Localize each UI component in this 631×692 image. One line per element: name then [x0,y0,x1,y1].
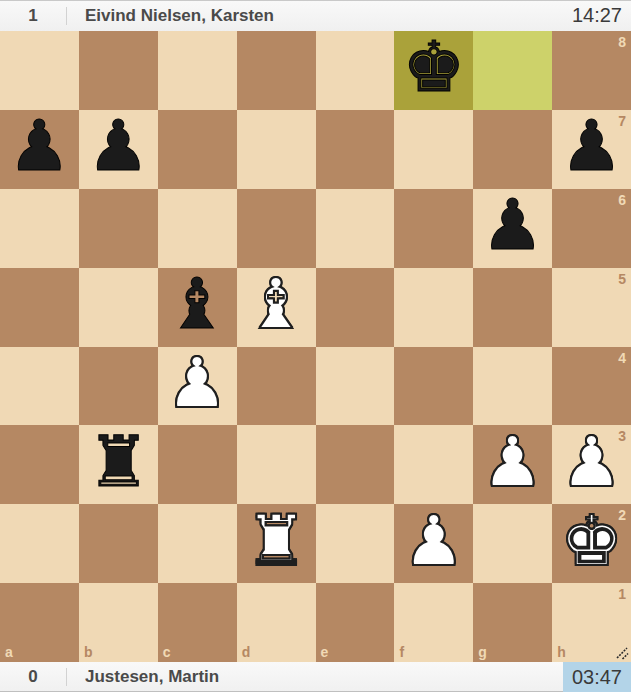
square-d1: d [237,583,316,662]
black-pawn-b7: ♟ [87,111,150,181]
square-d3 [237,425,316,504]
square-d6 [237,189,316,268]
square-a4 [0,347,79,426]
square-g3: ♟ [473,425,552,504]
square-h2: 2♚ [552,504,631,583]
square-a7: ♟ [0,110,79,189]
square-h6: 6 [552,189,631,268]
square-g7 [473,110,552,189]
square-a6 [0,189,79,268]
white-player-name: Justesen, Martin [85,667,563,687]
square-b5 [79,268,158,347]
square-h3: 3♟ [552,425,631,504]
square-e7 [316,110,395,189]
square-h7: 7♟ [552,110,631,189]
square-b4 [79,347,158,426]
square-a3 [0,425,79,504]
square-c7 [158,110,237,189]
black-pawn-a7: ♟ [8,111,71,181]
file-label-c: c [163,645,171,659]
square-e3 [316,425,395,504]
square-d2: ♜ [237,504,316,583]
square-c1: c [158,583,237,662]
square-e2 [316,504,395,583]
square-e4 [316,347,395,426]
square-d8 [237,31,316,110]
black-player-clock: 14:27 [563,0,631,31]
square-a1: a [0,583,79,662]
rank-label-4: 4 [618,351,626,365]
chess-board: ♚8♟♟7♟♟6♝♝5♟4♜♟3♟♜♟2♚abcdefgh1 [0,31,631,662]
square-f1: f [394,583,473,662]
square-a5 [0,268,79,347]
square-g6: ♟ [473,189,552,268]
square-g5 [473,268,552,347]
white-pawn-f2: ♟ [402,506,465,576]
square-b7: ♟ [79,110,158,189]
rank-label-6: 6 [618,193,626,207]
black-pawn-h7: ♟ [560,111,623,181]
board-resize-handle[interactable] [614,645,630,661]
square-c6 [158,189,237,268]
file-label-d: d [242,645,251,659]
rank-label-8: 8 [618,35,626,49]
square-g2 [473,504,552,583]
square-b2 [79,504,158,583]
black-king-f8: ♚ [402,32,465,102]
square-a2 [0,504,79,583]
black-player-score: 1 [0,6,66,26]
file-label-h: h [557,645,566,659]
white-king-h2: ♚ [560,506,623,576]
white-player-clock: 03:47 [563,662,631,692]
square-c4: ♟ [158,347,237,426]
square-g1: g [473,583,552,662]
black-player-bar: 1 Eivind Nielsen, Karsten 14:27 [0,0,631,31]
square-b3: ♜ [79,425,158,504]
rank-label-5: 5 [618,272,626,286]
square-c8 [158,31,237,110]
square-d7 [237,110,316,189]
white-pawn-g3: ♟ [481,427,544,497]
square-e6 [316,189,395,268]
square-c3 [158,425,237,504]
square-a8 [0,31,79,110]
rank-label-1: 1 [618,587,626,601]
black-rook-b3: ♜ [87,427,150,497]
square-d5: ♝ [237,268,316,347]
square-f2: ♟ [394,504,473,583]
square-d4 [237,347,316,426]
file-label-e: e [321,645,329,659]
square-e1: e [316,583,395,662]
square-b6 [79,189,158,268]
square-h4: 4 [552,347,631,426]
square-c2 [158,504,237,583]
square-f7 [394,110,473,189]
square-b8 [79,31,158,110]
white-rook-d2: ♜ [245,506,308,576]
square-g4 [473,347,552,426]
file-label-f: f [399,645,404,659]
file-label-a: a [5,645,13,659]
black-pawn-g6: ♟ [481,190,544,260]
white-player-score: 0 [0,667,66,687]
square-f6 [394,189,473,268]
square-b1: b [79,583,158,662]
bar-divider [66,7,67,25]
square-e5 [316,268,395,347]
square-f4 [394,347,473,426]
square-h5: 5 [552,268,631,347]
file-label-b: b [84,645,93,659]
square-f5 [394,268,473,347]
square-e8 [316,31,395,110]
square-c5: ♝ [158,268,237,347]
file-label-g: g [478,645,487,659]
bar-divider [66,668,67,686]
black-player-name: Eivind Nielsen, Karsten [85,6,563,26]
square-h8: 8 [552,31,631,110]
white-player-bar: 0 Justesen, Martin 03:47 [0,662,631,692]
white-bishop-d5: ♝ [245,269,308,339]
square-f3 [394,425,473,504]
black-bishop-c5: ♝ [166,269,229,339]
square-f8: ♚ [394,31,473,110]
white-pawn-c4: ♟ [166,348,229,418]
white-pawn-h3: ♟ [560,427,623,497]
square-g8 [473,31,552,110]
